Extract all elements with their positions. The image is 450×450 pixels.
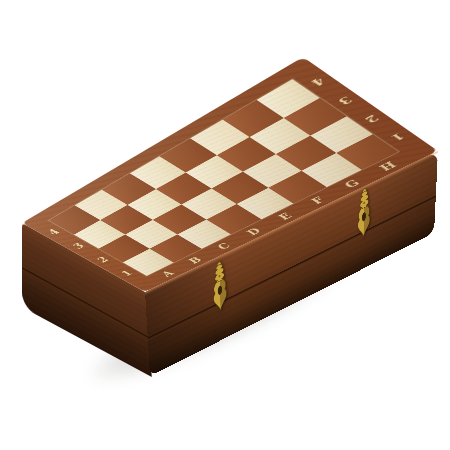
file-label-g: G <box>342 178 361 189</box>
brass-latch-right <box>354 183 375 244</box>
file-label-b: B <box>187 256 204 265</box>
rank-label-right-4: 4 <box>308 76 327 88</box>
rank-label-left-1: 1 <box>119 269 134 277</box>
rank-label-right-3: 3 <box>336 95 355 106</box>
rank-label-right-2: 2 <box>362 114 380 125</box>
file-label-d: D <box>245 227 263 237</box>
file-label-c: C <box>215 242 232 251</box>
product-photo-scene: ABCDEFGH 4321 4321 <box>0 0 450 450</box>
file-label-h: H <box>377 160 398 172</box>
rank-label-left-4: 4 <box>46 228 61 236</box>
brass-latch-left <box>208 255 231 318</box>
rank-label-right-1: 1 <box>388 132 406 143</box>
rank-label-left-2: 2 <box>96 256 111 264</box>
file-label-e: E <box>276 212 293 221</box>
file-label-a: A <box>160 269 176 277</box>
file-label-f: F <box>309 196 326 206</box>
rank-label-left-3: 3 <box>71 242 86 250</box>
